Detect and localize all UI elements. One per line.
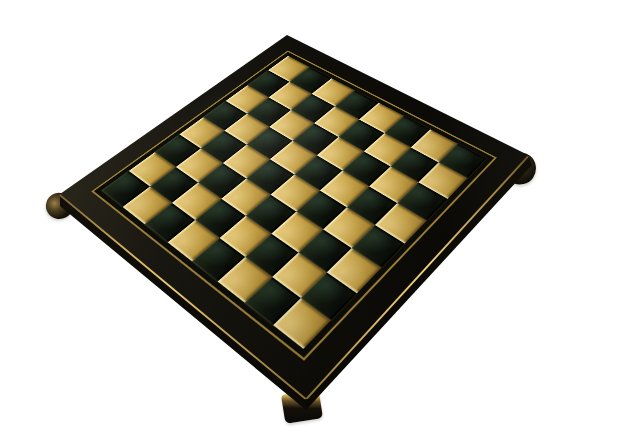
board-frame [60,35,528,398]
chess-board-product-photo [0,0,642,438]
chess-board-surface [60,35,528,398]
board-gold-pinstripe-border [91,50,497,360]
board-grid [102,56,487,349]
